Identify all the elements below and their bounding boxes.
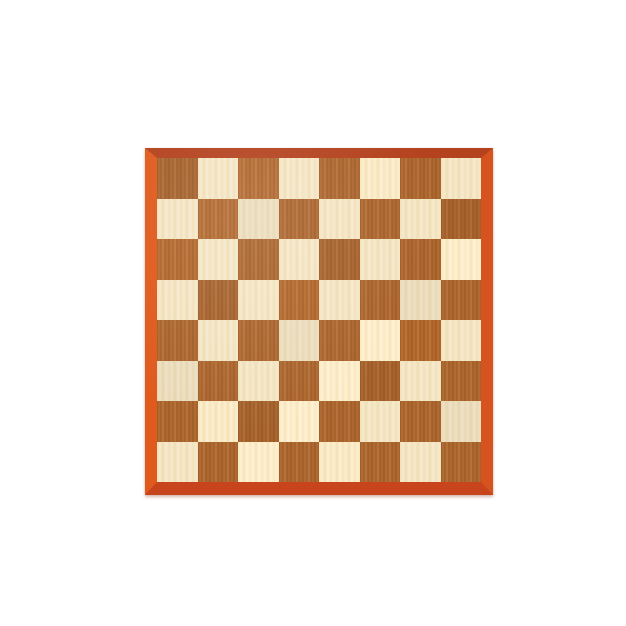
board-square-r3c7	[400, 239, 441, 280]
board-square-r8c1	[157, 442, 198, 483]
board-square-r2c5	[319, 199, 360, 240]
board-square-r3c5	[319, 239, 360, 280]
board-square-r6c8	[441, 361, 482, 402]
board-square-r8c7	[400, 442, 441, 483]
board-square-r2c7	[400, 199, 441, 240]
board-square-r7c3	[238, 401, 279, 442]
board-square-r2c8	[441, 199, 482, 240]
board-square-r4c5	[319, 280, 360, 321]
board-square-r4c1	[157, 280, 198, 321]
chessboard	[157, 158, 481, 482]
board-square-r2c6	[360, 199, 401, 240]
board-square-r7c4	[279, 401, 320, 442]
board-square-r1c3	[238, 158, 279, 199]
board-square-r5c6	[360, 320, 401, 361]
board-square-r3c6	[360, 239, 401, 280]
board-square-r5c4	[279, 320, 320, 361]
board-square-r8c2	[198, 442, 239, 483]
board-square-r1c4	[279, 158, 320, 199]
board-square-r6c1	[157, 361, 198, 402]
board-square-r6c4	[279, 361, 320, 402]
board-square-r1c5	[319, 158, 360, 199]
board-square-r1c6	[360, 158, 401, 199]
chessboard-frame	[145, 148, 493, 495]
board-square-r3c3	[238, 239, 279, 280]
board-square-r8c3	[238, 442, 279, 483]
board-square-r4c4	[279, 280, 320, 321]
board-square-r6c3	[238, 361, 279, 402]
board-square-r8c8	[441, 442, 482, 483]
board-square-r5c7	[400, 320, 441, 361]
board-square-r4c2	[198, 280, 239, 321]
board-square-r7c2	[198, 401, 239, 442]
photo-canvas	[0, 0, 626, 626]
board-square-r1c7	[400, 158, 441, 199]
board-square-r7c7	[400, 401, 441, 442]
board-square-r2c4	[279, 199, 320, 240]
board-square-r6c6	[360, 361, 401, 402]
board-square-r2c3	[238, 199, 279, 240]
board-square-r1c8	[441, 158, 482, 199]
board-square-r3c8	[441, 239, 482, 280]
board-square-r2c1	[157, 199, 198, 240]
board-square-r1c1	[157, 158, 198, 199]
board-square-r2c2	[198, 199, 239, 240]
board-square-r6c2	[198, 361, 239, 402]
board-square-r7c8	[441, 401, 482, 442]
board-square-r3c4	[279, 239, 320, 280]
board-square-r6c5	[319, 361, 360, 402]
board-square-r7c5	[319, 401, 360, 442]
board-square-r1c2	[198, 158, 239, 199]
board-square-r4c7	[400, 280, 441, 321]
board-square-r3c1	[157, 239, 198, 280]
board-square-r5c8	[441, 320, 482, 361]
board-square-r5c3	[238, 320, 279, 361]
board-square-r8c5	[319, 442, 360, 483]
board-square-r7c1	[157, 401, 198, 442]
board-square-r4c6	[360, 280, 401, 321]
board-square-r5c1	[157, 320, 198, 361]
board-square-r3c2	[198, 239, 239, 280]
board-square-r8c6	[360, 442, 401, 483]
board-square-r5c2	[198, 320, 239, 361]
board-square-r7c6	[360, 401, 401, 442]
board-square-r4c3	[238, 280, 279, 321]
board-square-r8c4	[279, 442, 320, 483]
board-square-r6c7	[400, 361, 441, 402]
board-square-r5c5	[319, 320, 360, 361]
board-square-r4c8	[441, 280, 482, 321]
